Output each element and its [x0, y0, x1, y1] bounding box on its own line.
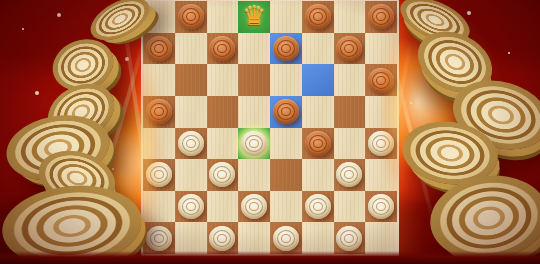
board-square: [238, 96, 270, 128]
board-square: [365, 222, 397, 254]
board-square[interactable]: [175, 64, 207, 96]
board-square: [143, 191, 175, 223]
board-square: [238, 33, 270, 65]
board-square[interactable]: [334, 33, 366, 65]
board-square: [302, 222, 334, 254]
orange-piece[interactable]: [368, 68, 394, 93]
flying-checker-disc: [408, 20, 503, 105]
board-square[interactable]: [334, 222, 366, 254]
white-piece[interactable]: [241, 194, 267, 219]
board-square: [207, 64, 239, 96]
orange-piece[interactable]: [146, 99, 172, 124]
board-square[interactable]: [207, 159, 239, 191]
flying-checker-disc: [425, 168, 540, 264]
board-square[interactable]: [143, 33, 175, 65]
board-square: [175, 96, 207, 128]
white-piece[interactable]: [178, 194, 204, 219]
orange-piece[interactable]: [178, 4, 204, 29]
board-square: [238, 159, 270, 191]
board-square: [143, 64, 175, 96]
board-square: [238, 222, 270, 254]
white-piece[interactable]: [146, 226, 172, 251]
board-square: [207, 1, 239, 33]
board-square[interactable]: [270, 96, 302, 128]
board-square: [270, 128, 302, 160]
orange-piece[interactable]: [368, 4, 394, 29]
board-square: [365, 33, 397, 65]
board-square[interactable]: [302, 64, 334, 96]
orange-piece[interactable]: [273, 36, 299, 61]
orange-piece[interactable]: [146, 36, 172, 61]
board-square: [302, 33, 334, 65]
white-piece[interactable]: [305, 194, 331, 219]
board-square: [334, 191, 366, 223]
white-piece[interactable]: [368, 131, 394, 156]
orange-piece[interactable]: [305, 131, 331, 156]
board-square: [175, 33, 207, 65]
board-square[interactable]: [270, 33, 302, 65]
white-piece[interactable]: [209, 162, 235, 187]
sparkle-dots: [0, 0, 2, 2]
board-square: [302, 159, 334, 191]
checkers-board[interactable]: ♛: [143, 1, 397, 254]
board-square[interactable]: [365, 1, 397, 33]
flying-checker-disc: [45, 31, 120, 99]
board-square: [365, 96, 397, 128]
flying-checker-disc: [32, 142, 121, 213]
orange-piece[interactable]: [336, 36, 362, 61]
white-piece[interactable]: [241, 131, 267, 156]
board-square[interactable]: [238, 128, 270, 160]
board-square[interactable]: [207, 96, 239, 128]
flying-checker-disc: [394, 0, 476, 51]
board-square[interactable]: [207, 33, 239, 65]
flying-checker-disc: [38, 73, 124, 152]
flying-checker-disc: [398, 116, 502, 191]
light-ray: [92, 33, 148, 217]
white-piece[interactable]: [273, 226, 299, 251]
board-square: [334, 1, 366, 33]
board-square[interactable]: [175, 128, 207, 160]
game-scene: ♛: [0, 0, 540, 264]
board-square[interactable]: [334, 96, 366, 128]
corner-shade: [0, 0, 130, 70]
board-square[interactable]: [207, 222, 239, 254]
board-square[interactable]: [270, 159, 302, 191]
flying-checker-disc: [0, 179, 146, 264]
board-square: [270, 191, 302, 223]
white-piece[interactable]: [146, 162, 172, 187]
orange-piece[interactable]: [209, 36, 235, 61]
board-square[interactable]: [238, 64, 270, 96]
board-square[interactable]: [302, 1, 334, 33]
board-square: [143, 128, 175, 160]
crown-icon: ♛: [242, 3, 265, 29]
board-square[interactable]: [238, 191, 270, 223]
board-square[interactable]: [365, 64, 397, 96]
board-square[interactable]: [365, 128, 397, 160]
board-square: [270, 1, 302, 33]
board-square: [334, 128, 366, 160]
white-piece[interactable]: [336, 162, 362, 187]
board-square[interactable]: [175, 1, 207, 33]
orange-piece[interactable]: [305, 4, 331, 29]
board-square: [365, 159, 397, 191]
board-square[interactable]: [270, 222, 302, 254]
board-square[interactable]: [143, 96, 175, 128]
board-square: [270, 64, 302, 96]
board-square: [143, 1, 175, 33]
flying-checker-disc: [445, 70, 540, 160]
white-piece[interactable]: [336, 226, 362, 251]
flying-checker-disc: [1, 107, 115, 188]
board-square[interactable]: [302, 128, 334, 160]
white-piece[interactable]: [209, 226, 235, 251]
board-square[interactable]: [334, 159, 366, 191]
board-square[interactable]: [143, 159, 175, 191]
white-piece[interactable]: [178, 131, 204, 156]
orange-piece[interactable]: [273, 99, 299, 124]
board-square[interactable]: [365, 191, 397, 223]
board-square[interactable]: [175, 191, 207, 223]
board-square: [334, 64, 366, 96]
board-square: [302, 96, 334, 128]
board-square[interactable]: ♛: [238, 1, 270, 33]
board-square: [175, 222, 207, 254]
board-square[interactable]: [302, 191, 334, 223]
board-square[interactable]: [143, 222, 175, 254]
board-square: [207, 191, 239, 223]
board-square: [175, 159, 207, 191]
board-square: [207, 128, 239, 160]
white-piece[interactable]: [368, 194, 394, 219]
corner-shade: [430, 0, 540, 65]
